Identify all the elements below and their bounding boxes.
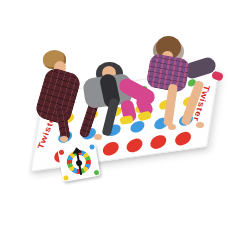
child-right-shoe	[211, 70, 224, 81]
spinner-corner-green	[94, 170, 100, 176]
child-middle-shoe	[137, 111, 152, 122]
child-right-hand	[196, 122, 204, 128]
spinner-corner-blue	[89, 144, 95, 150]
spinner-corner-red	[59, 149, 65, 155]
child-left-hand	[60, 136, 68, 142]
spinner-corner-yellow	[63, 175, 69, 181]
child-middle	[80, 54, 175, 144]
spinner-card	[57, 143, 100, 182]
child-middle-shoe	[120, 115, 134, 125]
twister-product-photo: Twister Twister	[0, 0, 235, 235]
